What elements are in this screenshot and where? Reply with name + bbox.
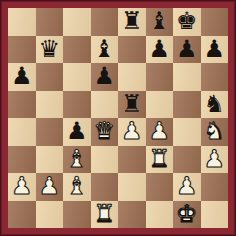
square-h8[interactable]	[201, 8, 229, 36]
black-bishop-d7[interactable]: ♝	[91, 36, 119, 64]
square-c7[interactable]	[63, 36, 91, 64]
square-f1[interactable]	[146, 201, 174, 229]
square-h1[interactable]	[201, 201, 229, 229]
white-king-g1[interactable]: ♚	[173, 201, 201, 229]
square-g8[interactable]: ♚	[173, 8, 201, 36]
square-d4[interactable]: ♛	[91, 118, 119, 146]
black-pawn-g7[interactable]: ♟	[173, 36, 201, 64]
square-e8[interactable]: ♜	[118, 8, 146, 36]
square-f7[interactable]: ♟	[146, 36, 174, 64]
square-d3[interactable]	[91, 146, 119, 174]
board-frame: ♜♝♚♛♝♟♟♟♟♟♜♞♟♛♟♟♞♝♜♟♟♟♝♟♜♚	[0, 0, 236, 236]
square-h3[interactable]: ♟	[201, 146, 229, 174]
black-queen-b7[interactable]: ♛	[36, 36, 64, 64]
white-pawn-h3[interactable]: ♟	[201, 146, 229, 174]
square-d5[interactable]	[91, 91, 119, 119]
square-d2[interactable]	[91, 173, 119, 201]
white-rook-f3[interactable]: ♜	[146, 146, 174, 174]
square-b2[interactable]: ♟	[36, 173, 64, 201]
square-f2[interactable]	[146, 173, 174, 201]
white-pawn-b2[interactable]: ♟	[36, 173, 64, 201]
white-pawn-e4[interactable]: ♟	[118, 118, 146, 146]
square-f5[interactable]	[146, 91, 174, 119]
square-g5[interactable]	[173, 91, 201, 119]
square-a6[interactable]: ♟	[8, 63, 36, 91]
square-h2[interactable]	[201, 173, 229, 201]
square-c4[interactable]: ♟	[63, 118, 91, 146]
black-knight-h5[interactable]: ♞	[201, 91, 229, 119]
white-pawn-f4[interactable]: ♟	[146, 118, 174, 146]
square-c6[interactable]	[63, 63, 91, 91]
square-h6[interactable]	[201, 63, 229, 91]
square-c1[interactable]	[63, 201, 91, 229]
black-bishop-f8[interactable]: ♝	[146, 8, 174, 36]
square-a8[interactable]	[8, 8, 36, 36]
white-pawn-a2[interactable]: ♟	[8, 173, 36, 201]
square-b6[interactable]	[36, 63, 64, 91]
black-rook-e5[interactable]: ♜	[118, 91, 146, 119]
square-f6[interactable]	[146, 63, 174, 91]
square-b8[interactable]	[36, 8, 64, 36]
square-h5[interactable]: ♞	[201, 91, 229, 119]
black-pawn-c4[interactable]: ♟	[63, 118, 91, 146]
square-d7[interactable]: ♝	[91, 36, 119, 64]
square-b4[interactable]	[36, 118, 64, 146]
square-g3[interactable]	[173, 146, 201, 174]
square-b1[interactable]	[36, 201, 64, 229]
square-c5[interactable]	[63, 91, 91, 119]
square-a7[interactable]	[8, 36, 36, 64]
square-e1[interactable]	[118, 201, 146, 229]
square-f8[interactable]: ♝	[146, 8, 174, 36]
square-a4[interactable]	[8, 118, 36, 146]
square-g6[interactable]	[173, 63, 201, 91]
square-b5[interactable]	[36, 91, 64, 119]
square-b7[interactable]: ♛	[36, 36, 64, 64]
square-a3[interactable]	[8, 146, 36, 174]
square-a5[interactable]	[8, 91, 36, 119]
square-e3[interactable]	[118, 146, 146, 174]
square-h4[interactable]: ♞	[201, 118, 229, 146]
square-g1[interactable]: ♚	[173, 201, 201, 229]
square-h7[interactable]: ♟	[201, 36, 229, 64]
white-rook-d1[interactable]: ♜	[91, 201, 119, 229]
square-a2[interactable]: ♟	[8, 173, 36, 201]
square-b3[interactable]	[36, 146, 64, 174]
square-e5[interactable]: ♜	[118, 91, 146, 119]
square-d8[interactable]	[91, 8, 119, 36]
square-c2[interactable]: ♝	[63, 173, 91, 201]
white-bishop-c2[interactable]: ♝	[63, 173, 91, 201]
white-bishop-c3[interactable]: ♝	[63, 146, 91, 174]
black-king-g8[interactable]: ♚	[173, 8, 201, 36]
square-f3[interactable]: ♜	[146, 146, 174, 174]
white-queen-d4[interactable]: ♛	[91, 118, 119, 146]
black-pawn-d6[interactable]: ♟	[91, 63, 119, 91]
square-d6[interactable]: ♟	[91, 63, 119, 91]
black-pawn-f7[interactable]: ♟	[146, 36, 174, 64]
square-e7[interactable]	[118, 36, 146, 64]
square-g4[interactable]	[173, 118, 201, 146]
square-e6[interactable]	[118, 63, 146, 91]
square-e4[interactable]: ♟	[118, 118, 146, 146]
square-g2[interactable]: ♟	[173, 173, 201, 201]
square-f4[interactable]: ♟	[146, 118, 174, 146]
square-c8[interactable]	[63, 8, 91, 36]
chess-board: ♜♝♚♛♝♟♟♟♟♟♜♞♟♛♟♟♞♝♜♟♟♟♝♟♜♚	[8, 8, 228, 228]
square-d1[interactable]: ♜	[91, 201, 119, 229]
square-c3[interactable]: ♝	[63, 146, 91, 174]
white-pawn-g2[interactable]: ♟	[173, 173, 201, 201]
black-pawn-a6[interactable]: ♟	[8, 63, 36, 91]
square-g7[interactable]: ♟	[173, 36, 201, 64]
square-a1[interactable]	[8, 201, 36, 229]
black-pawn-h7[interactable]: ♟	[201, 36, 229, 64]
square-e2[interactable]	[118, 173, 146, 201]
white-knight-h4[interactable]: ♞	[201, 118, 229, 146]
black-rook-e8[interactable]: ♜	[118, 8, 146, 36]
